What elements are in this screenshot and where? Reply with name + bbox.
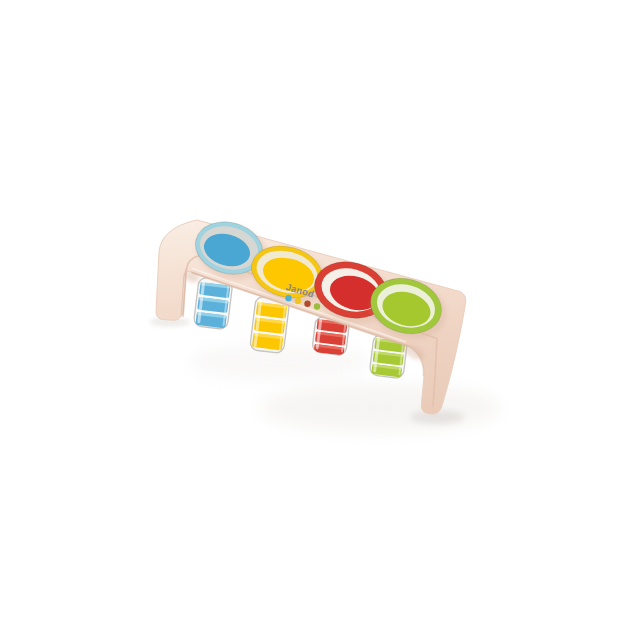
shadow-broad: [260, 384, 500, 432]
logo-dot-yellow: [295, 298, 301, 304]
product-photo: Janod: [0, 0, 630, 630]
logo-dot-red: [304, 301, 310, 307]
toy-scene: Janod: [0, 0, 630, 630]
logo-dot-blue: [285, 295, 291, 301]
logo-dot-green: [314, 303, 320, 309]
